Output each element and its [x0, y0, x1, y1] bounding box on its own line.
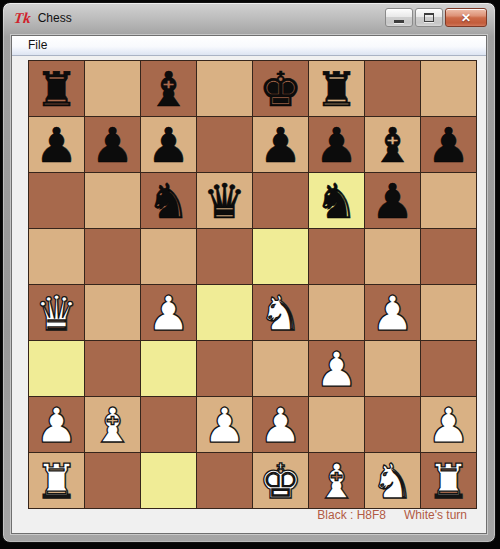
piece-white-pawn: ♟: [315, 345, 358, 393]
square-h4[interactable]: [421, 285, 476, 340]
piece-black-pawn: ♟: [315, 121, 358, 169]
piece-white-king: ♚: [259, 457, 302, 505]
status-bar: Black : H8F8White's turn: [317, 508, 467, 522]
square-b1[interactable]: [85, 453, 140, 508]
square-b6[interactable]: [85, 173, 140, 228]
square-f7[interactable]: ♟: [309, 117, 364, 172]
piece-black-pawn: ♟: [371, 177, 414, 225]
close-icon: ✕: [461, 12, 471, 24]
square-e3[interactable]: [253, 341, 308, 396]
square-c5[interactable]: [141, 229, 196, 284]
turn-indicator: White's turn: [404, 508, 467, 522]
square-c1[interactable]: [141, 453, 196, 508]
piece-black-rook: ♜: [315, 65, 358, 113]
minimize-button[interactable]: [385, 8, 413, 27]
square-a7[interactable]: ♟: [29, 117, 84, 172]
piece-white-queen: ♛: [35, 289, 78, 337]
square-h5[interactable]: [421, 229, 476, 284]
square-d4[interactable]: [197, 285, 252, 340]
piece-white-pawn: ♟: [203, 401, 246, 449]
piece-white-knight: ♞: [371, 457, 414, 505]
square-b8[interactable]: [85, 61, 140, 116]
square-a3[interactable]: [29, 341, 84, 396]
square-d6[interactable]: ♛: [197, 173, 252, 228]
square-f6[interactable]: ♞: [309, 173, 364, 228]
piece-black-knight: ♞: [315, 177, 358, 225]
piece-black-pawn: ♟: [35, 121, 78, 169]
square-b3[interactable]: [85, 341, 140, 396]
square-b2[interactable]: ♝: [85, 397, 140, 452]
square-h7[interactable]: ♟: [421, 117, 476, 172]
square-g2[interactable]: [365, 397, 420, 452]
square-a4[interactable]: ♛: [29, 285, 84, 340]
piece-white-bishop: ♝: [315, 457, 358, 505]
piece-white-pawn: ♟: [147, 289, 190, 337]
square-d3[interactable]: [197, 341, 252, 396]
square-b5[interactable]: [85, 229, 140, 284]
square-g7[interactable]: ♝: [365, 117, 420, 172]
window-controls: ✕: [385, 8, 487, 27]
square-a1[interactable]: ♜: [29, 453, 84, 508]
piece-white-pawn: ♟: [259, 401, 302, 449]
piece-black-pawn: ♟: [427, 121, 470, 169]
piece-black-queen: ♛: [203, 177, 246, 225]
square-a8[interactable]: ♜: [29, 61, 84, 116]
maximize-icon: [424, 13, 434, 22]
square-f8[interactable]: ♜: [309, 61, 364, 116]
square-f3[interactable]: ♟: [309, 341, 364, 396]
square-e6[interactable]: [253, 173, 308, 228]
square-f4[interactable]: [309, 285, 364, 340]
screen: Tk Chess ✕ File ♜♝♚♜♟♟♟♟♟♝♟♞♛♞♟♛♟♞♟♟♟♝♟♟…: [0, 0, 500, 549]
title-bar[interactable]: Tk Chess ✕: [3, 3, 495, 33]
square-a2[interactable]: ♟: [29, 397, 84, 452]
square-e2[interactable]: ♟: [253, 397, 308, 452]
piece-white-pawn: ♟: [427, 401, 470, 449]
square-f5[interactable]: [309, 229, 364, 284]
square-f1[interactable]: ♝: [309, 453, 364, 508]
square-g1[interactable]: ♞: [365, 453, 420, 508]
square-b7[interactable]: ♟: [85, 117, 140, 172]
piece-black-knight: ♞: [147, 177, 190, 225]
square-d1[interactable]: [197, 453, 252, 508]
square-d2[interactable]: ♟: [197, 397, 252, 452]
chess-board: ♜♝♚♜♟♟♟♟♟♝♟♞♛♞♟♛♟♞♟♟♟♝♟♟♟♜♚♝♞♜: [28, 60, 477, 509]
piece-black-pawn: ♟: [91, 121, 134, 169]
square-c7[interactable]: ♟: [141, 117, 196, 172]
square-d7[interactable]: [197, 117, 252, 172]
square-h1[interactable]: ♜: [421, 453, 476, 508]
square-g4[interactable]: ♟: [365, 285, 420, 340]
window-title: Chess: [38, 11, 72, 25]
last-move-text: Black : H8F8: [317, 508, 386, 522]
square-h6[interactable]: [421, 173, 476, 228]
square-h2[interactable]: ♟: [421, 397, 476, 452]
square-g6[interactable]: ♟: [365, 173, 420, 228]
maximize-button[interactable]: [415, 8, 443, 27]
piece-white-bishop: ♝: [91, 401, 134, 449]
piece-black-pawn: ♟: [259, 121, 302, 169]
square-e8[interactable]: ♚: [253, 61, 308, 116]
square-e1[interactable]: ♚: [253, 453, 308, 508]
square-e7[interactable]: ♟: [253, 117, 308, 172]
piece-black-bishop: ♝: [371, 121, 414, 169]
square-h3[interactable]: [421, 341, 476, 396]
piece-black-pawn: ♟: [147, 121, 190, 169]
piece-white-pawn: ♟: [35, 401, 78, 449]
menu-bar: File: [12, 36, 486, 56]
piece-white-pawn: ♟: [371, 289, 414, 337]
square-b4[interactable]: [85, 285, 140, 340]
piece-black-rook: ♜: [35, 65, 78, 113]
piece-white-rook: ♜: [35, 457, 78, 505]
square-a5[interactable]: [29, 229, 84, 284]
square-f2[interactable]: [309, 397, 364, 452]
menu-file[interactable]: File: [12, 36, 56, 55]
piece-black-bishop: ♝: [147, 65, 190, 113]
square-e5[interactable]: [253, 229, 308, 284]
square-c8[interactable]: ♝: [141, 61, 196, 116]
piece-white-knight: ♞: [259, 289, 302, 337]
close-button[interactable]: ✕: [445, 8, 487, 27]
square-g5[interactable]: [365, 229, 420, 284]
square-h8[interactable]: [421, 61, 476, 116]
square-g8[interactable]: [365, 61, 420, 116]
square-c4[interactable]: ♟: [141, 285, 196, 340]
tk-logo-icon: Tk: [13, 10, 31, 27]
piece-black-king: ♚: [259, 65, 302, 113]
square-c2[interactable]: [141, 397, 196, 452]
square-c3[interactable]: [141, 341, 196, 396]
chess-window: Tk Chess ✕ File ♜♝♚♜♟♟♟♟♟♝♟♞♛♞♟♛♟♞♟♟♟♝♟♟…: [2, 2, 496, 543]
square-d8[interactable]: [197, 61, 252, 116]
square-a6[interactable]: [29, 173, 84, 228]
piece-white-rook: ♜: [427, 457, 470, 505]
square-g3[interactable]: [365, 341, 420, 396]
minimize-icon: [394, 20, 404, 23]
square-c6[interactable]: ♞: [141, 173, 196, 228]
square-e4[interactable]: ♞: [253, 285, 308, 340]
client-area: File ♜♝♚♜♟♟♟♟♟♝♟♞♛♞♟♛♟♞♟♟♟♝♟♟♟♜♚♝♞♜ Blac…: [11, 35, 487, 534]
square-d5[interactable]: [197, 229, 252, 284]
